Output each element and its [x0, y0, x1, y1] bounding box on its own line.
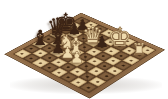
- chess-set-product-photo: ♚♛♝♝♟♟♟♟♚♛♜♞♝♟♟: [0, 0, 168, 99]
